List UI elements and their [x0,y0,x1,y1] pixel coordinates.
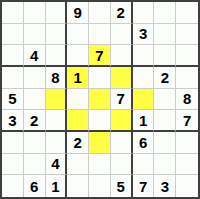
cell-r7c7[interactable]: 6 [133,132,155,154]
cell-r9c9[interactable] [176,175,198,197]
cell-r5c2[interactable] [24,89,46,111]
cell-r9c5[interactable] [89,175,111,197]
cell-r5c4[interactable] [67,89,89,111]
cell-r1c9[interactable] [176,2,198,24]
cell-r8c4[interactable] [67,154,89,176]
cell-r9c6[interactable]: 5 [111,175,133,197]
sudoku-board: 92347812578321726461573 [0,0,200,199]
cell-r8c1[interactable] [2,154,24,176]
cell-r6c2[interactable]: 2 [24,110,46,132]
cell-r2c7[interactable]: 3 [133,24,155,46]
cell-r6c8[interactable] [154,110,176,132]
cell-r7c8[interactable] [154,132,176,154]
cell-r4c2[interactable] [24,67,46,89]
cell-r2c9[interactable] [176,24,198,46]
cell-r4c3[interactable]: 8 [46,67,68,89]
cell-r8c6[interactable] [111,154,133,176]
cell-r8c8[interactable] [154,154,176,176]
cell-r6c9[interactable]: 7 [176,110,198,132]
cell-r7c1[interactable] [2,132,24,154]
cell-r1c8[interactable] [154,2,176,24]
cell-r8c9[interactable] [176,154,198,176]
cell-r7c5[interactable] [89,132,111,154]
cell-r1c1[interactable] [2,2,24,24]
cell-r9c8[interactable]: 3 [154,175,176,197]
cell-r1c6[interactable]: 2 [111,2,133,24]
cell-r4c4[interactable]: 1 [67,67,89,89]
cell-r2c8[interactable] [154,24,176,46]
cell-r3c2[interactable]: 4 [24,45,46,67]
cell-r9c3[interactable]: 1 [46,175,68,197]
cell-r2c2[interactable] [24,24,46,46]
cell-r6c4[interactable] [67,110,89,132]
cell-r9c7[interactable]: 7 [133,175,155,197]
cell-r8c3[interactable]: 4 [46,154,68,176]
cell-r4c8[interactable]: 2 [154,67,176,89]
cell-r5c8[interactable] [154,89,176,111]
cell-r1c7[interactable] [133,2,155,24]
cell-r2c5[interactable] [89,24,111,46]
cell-r5c5[interactable] [89,89,111,111]
cell-r6c3[interactable] [46,110,68,132]
cell-r3c3[interactable] [46,45,68,67]
cell-r3c6[interactable] [111,45,133,67]
cell-r4c5[interactable] [89,67,111,89]
cell-r2c1[interactable] [2,24,24,46]
cell-r6c7[interactable]: 1 [133,110,155,132]
cell-r1c2[interactable] [24,2,46,24]
cell-r3c5[interactable]: 7 [89,45,111,67]
cell-r8c5[interactable] [89,154,111,176]
cell-r9c1[interactable] [2,175,24,197]
cell-r7c9[interactable] [176,132,198,154]
cell-r2c6[interactable] [111,24,133,46]
cell-r7c4[interactable]: 2 [67,132,89,154]
cell-r7c2[interactable] [24,132,46,154]
cell-r6c1[interactable]: 3 [2,110,24,132]
cell-r9c2[interactable]: 6 [24,175,46,197]
cell-r8c7[interactable] [133,154,155,176]
cell-r4c6[interactable] [111,67,133,89]
cell-r5c3[interactable] [46,89,68,111]
cell-r4c9[interactable] [176,67,198,89]
cell-r3c8[interactable] [154,45,176,67]
cell-r5c9[interactable]: 8 [176,89,198,111]
cell-r5c7[interactable] [133,89,155,111]
cell-r8c2[interactable] [24,154,46,176]
cell-r6c5[interactable] [89,110,111,132]
cell-r7c6[interactable] [111,132,133,154]
cell-r5c1[interactable]: 5 [2,89,24,111]
cell-r2c4[interactable] [67,24,89,46]
cell-r1c5[interactable] [89,2,111,24]
cell-r9c4[interactable] [67,175,89,197]
cell-r3c1[interactable] [2,45,24,67]
cell-r4c1[interactable] [2,67,24,89]
cell-r1c3[interactable] [46,2,68,24]
cell-r3c4[interactable] [67,45,89,67]
cell-r5c6[interactable]: 7 [111,89,133,111]
cell-r2c3[interactable] [46,24,68,46]
cell-r7c3[interactable] [46,132,68,154]
cell-r3c9[interactable] [176,45,198,67]
cell-r4c7[interactable] [133,67,155,89]
cell-r6c6[interactable] [111,110,133,132]
cell-r1c4[interactable]: 9 [67,2,89,24]
cell-r3c7[interactable] [133,45,155,67]
